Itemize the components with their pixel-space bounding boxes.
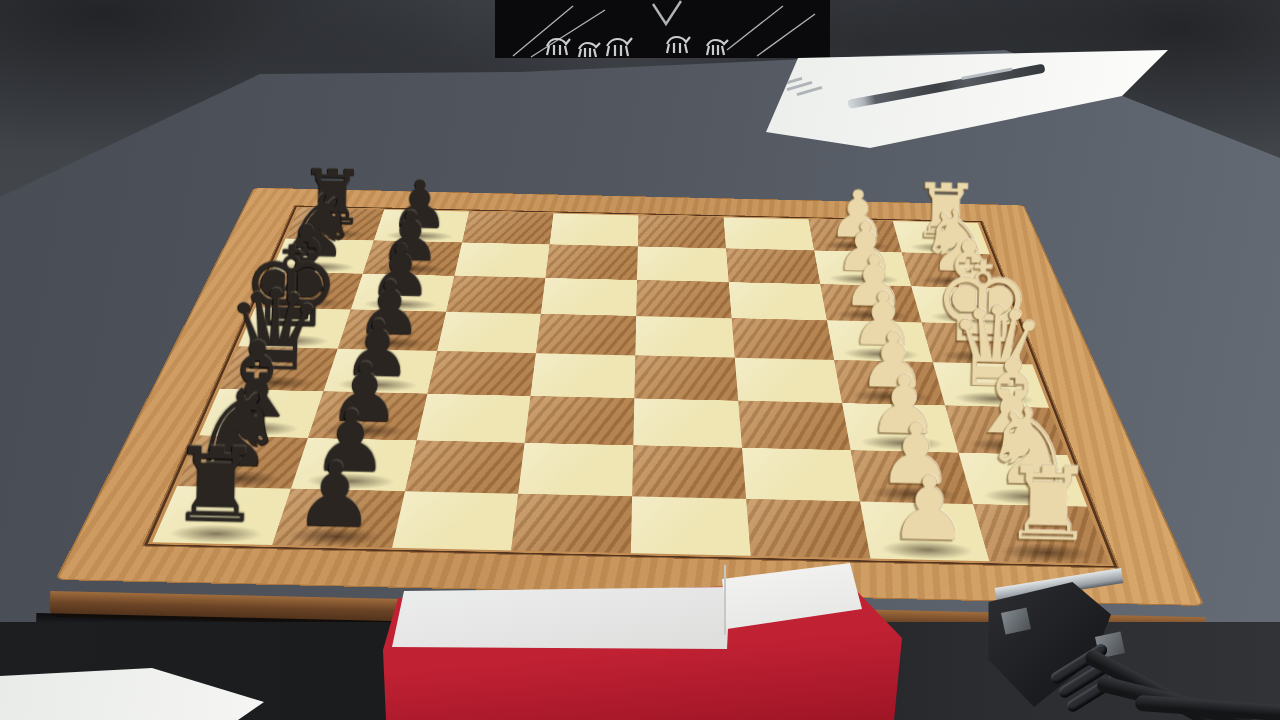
square-g3 [726, 248, 820, 284]
square-c4 [633, 398, 741, 447]
square-d4 [634, 355, 738, 400]
vga-connector [985, 572, 1280, 720]
square-d6 [427, 351, 536, 396]
square-h3 [723, 217, 814, 250]
square-a6 [392, 491, 519, 550]
photo-scene: ♜♟♟♜♞♟♟♞♝♟♟♝♚♟♟♚♛♟♟♛♝♟♟♝♞♟♟♞♜♟♟♜ [0, 0, 1280, 720]
board-playfield: ♜♟♟♜♞♟♟♞♝♟♟♝♚♟♟♚♛♟♟♛♝♟♟♝♞♟♟♞♜♟♟♜ [152, 208, 1109, 564]
square-h6 [462, 211, 554, 244]
square-c6 [416, 394, 530, 443]
square-c3 [738, 401, 850, 450]
square-b4 [632, 445, 746, 499]
square-a8: ♜ [152, 486, 290, 545]
square-b3 [742, 448, 860, 502]
square-a5 [511, 494, 632, 553]
square-g6 [454, 242, 550, 277]
white-pawn-a2: ♟ [889, 464, 970, 554]
square-e3 [731, 318, 833, 360]
square-a4 [631, 497, 751, 556]
square-d5 [531, 353, 636, 398]
square-a1: ♜ [973, 504, 1109, 564]
square-e4 [635, 316, 734, 358]
square-d3 [735, 358, 842, 403]
square-e6 [437, 312, 541, 353]
white-rook-a1: ♜ [1002, 453, 1096, 557]
square-b6 [405, 440, 525, 494]
square-g5 [546, 244, 638, 280]
square-a7: ♟ [272, 489, 405, 548]
chessboard: ♜♟♟♜♞♟♟♞♝♟♟♝♚♟♟♚♛♟♟♛♝♟♟♝♞♟♟♞♜♟♟♜ [55, 188, 1205, 606]
square-f3 [729, 282, 827, 321]
black-pawn-a7: ♟ [294, 450, 375, 540]
white-box-lid [378, 555, 878, 655]
box-lid-crease [724, 565, 726, 635]
square-f4 [636, 280, 731, 318]
box-lid-panel [390, 587, 730, 649]
square-g4 [637, 246, 728, 282]
square-f6 [446, 276, 546, 314]
square-e5 [536, 314, 636, 356]
square-b5 [518, 443, 633, 497]
square-h4 [638, 215, 726, 248]
black-rook-a8: ♜ [169, 434, 263, 538]
square-h5 [550, 213, 639, 246]
square-a2: ♟ [860, 502, 990, 562]
square-c5 [525, 396, 635, 445]
square-f5 [541, 278, 637, 316]
square-a3 [746, 499, 870, 559]
box-lid-panel [722, 563, 867, 629]
